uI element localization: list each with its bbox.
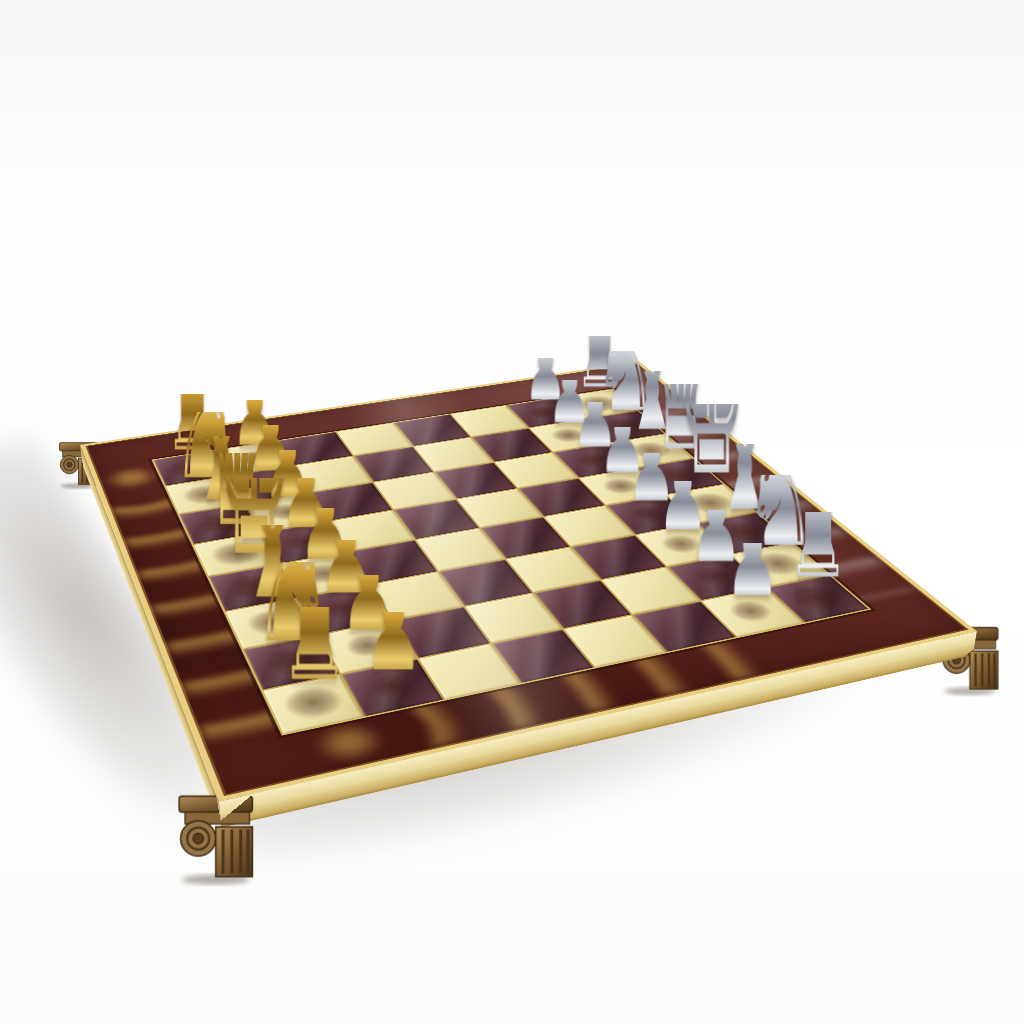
chess-board: ♜♟♞♟♝♟♟♜♛♟♟♞♚♟♟♝♝♟♟♛♞♟♟♚♜♟♟♝♟♞♟♜ [80,361,977,801]
product-photo-scene: ♜♟♞♟♝♟♟♜♛♟♟♞♚♟♟♝♝♟♟♛♞♟♟♚♜♟♟♝♟♞♟♜ [0,0,1024,1024]
silver-pawn-glyph: ♟ [644,500,861,614]
gold-rook-glyph: ♜ [201,534,428,705]
ionic-capital-icon [176,794,255,887]
